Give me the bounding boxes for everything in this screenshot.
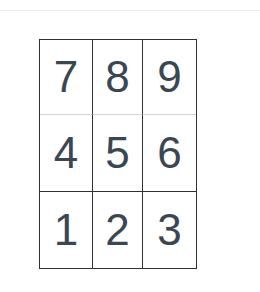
key-1[interactable]: 1	[40, 192, 93, 268]
key-9[interactable]: 9	[143, 40, 196, 115]
key-2[interactable]: 2	[93, 192, 143, 268]
key-6[interactable]: 6	[143, 115, 196, 193]
key-4[interactable]: 4	[40, 115, 93, 193]
top-divider-line	[0, 10, 260, 11]
page-background: 7 8 9 4 5 6 1 2 3	[0, 0, 260, 292]
key-8[interactable]: 8	[93, 40, 143, 115]
key-7[interactable]: 7	[40, 40, 93, 115]
key-5[interactable]: 5	[93, 115, 143, 193]
key-3[interactable]: 3	[143, 192, 196, 268]
numpad-grid: 7 8 9 4 5 6 1 2 3	[39, 39, 197, 269]
